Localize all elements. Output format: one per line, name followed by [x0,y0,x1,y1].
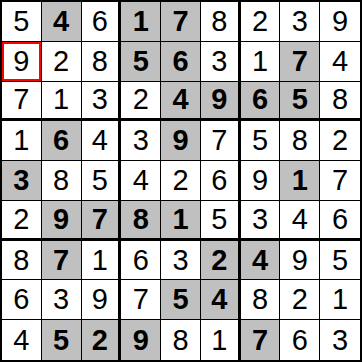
cell-r8c1[interactable]: 6 [2,280,42,320]
cell-r7c5[interactable]: 3 [161,241,201,281]
cell-r5c9[interactable]: 7 [320,161,360,201]
cell-r3c5[interactable]: 4 [161,82,201,122]
cell-r1c9[interactable]: 9 [320,2,360,42]
sudoku-board: 5461782399285631747132496581643975823854… [0,0,362,362]
cell-r8c2[interactable]: 3 [42,280,82,320]
cell-r4c7[interactable]: 5 [241,121,281,161]
cell-r2c8[interactable]: 7 [280,42,320,82]
cell-r3c6[interactable]: 9 [201,82,241,122]
cell-r4c8[interactable]: 8 [280,121,320,161]
cell-r7c9[interactable]: 5 [320,241,360,281]
cell-r3c8[interactable]: 5 [280,82,320,122]
cell-r4c9[interactable]: 2 [320,121,360,161]
cell-r8c4[interactable]: 7 [121,280,161,320]
cell-r1c1[interactable]: 5 [2,2,42,42]
cell-r8c6[interactable]: 4 [201,280,241,320]
cell-r9c7[interactable]: 7 [241,320,281,360]
cell-r6c8[interactable]: 4 [280,201,320,241]
cell-r9c6[interactable]: 1 [201,320,241,360]
cell-r1c2[interactable]: 4 [42,2,82,42]
cell-r6c7[interactable]: 3 [241,201,281,241]
cell-r1c3[interactable]: 6 [82,2,122,42]
cell-r3c7[interactable]: 6 [241,82,281,122]
cell-r6c9[interactable]: 6 [320,201,360,241]
cell-r9c3[interactable]: 2 [82,320,122,360]
cell-r6c6[interactable]: 5 [201,201,241,241]
cell-r1c7[interactable]: 2 [241,2,281,42]
cell-r4c1[interactable]: 1 [2,121,42,161]
cell-r1c4[interactable]: 1 [121,2,161,42]
cell-r5c5[interactable]: 2 [161,161,201,201]
cell-r8c3[interactable]: 9 [82,280,122,320]
cell-r2c2[interactable]: 2 [42,42,82,82]
cell-r4c5[interactable]: 9 [161,121,201,161]
cell-r5c6[interactable]: 6 [201,161,241,201]
cell-r5c1[interactable]: 3 [2,161,42,201]
cell-r6c4[interactable]: 8 [121,201,161,241]
cell-r9c5[interactable]: 8 [161,320,201,360]
cell-r3c9[interactable]: 8 [320,82,360,122]
cell-r2c3[interactable]: 8 [82,42,122,82]
cell-r4c3[interactable]: 4 [82,121,122,161]
cell-r6c1[interactable]: 2 [2,201,42,241]
cell-r2c6[interactable]: 3 [201,42,241,82]
cell-r3c4[interactable]: 2 [121,82,161,122]
cell-r4c6[interactable]: 7 [201,121,241,161]
cell-r7c8[interactable]: 9 [280,241,320,281]
cell-r5c3[interactable]: 5 [82,161,122,201]
cell-r9c9[interactable]: 3 [320,320,360,360]
cell-r9c4[interactable]: 9 [121,320,161,360]
cell-r2c5[interactable]: 6 [161,42,201,82]
cell-r6c2[interactable]: 9 [42,201,82,241]
cell-r8c9[interactable]: 1 [320,280,360,320]
cell-r7c3[interactable]: 1 [82,241,122,281]
cell-r1c8[interactable]: 3 [280,2,320,42]
cell-r2c9[interactable]: 4 [320,42,360,82]
cell-r7c4[interactable]: 6 [121,241,161,281]
cell-r1c5[interactable]: 7 [161,2,201,42]
cell-r8c7[interactable]: 8 [241,280,281,320]
cell-r4c4[interactable]: 3 [121,121,161,161]
cell-r8c8[interactable]: 2 [280,280,320,320]
cell-r3c2[interactable]: 1 [42,82,82,122]
cell-r7c2[interactable]: 7 [42,241,82,281]
cell-r1c6[interactable]: 8 [201,2,241,42]
cell-r9c1[interactable]: 4 [2,320,42,360]
cell-r5c4[interactable]: 4 [121,161,161,201]
cell-r2c4[interactable]: 5 [121,42,161,82]
cell-r3c3[interactable]: 3 [82,82,122,122]
cell-r5c8[interactable]: 1 [280,161,320,201]
cell-r6c3[interactable]: 7 [82,201,122,241]
cell-r2c7[interactable]: 1 [241,42,281,82]
cell-r4c2[interactable]: 6 [42,121,82,161]
cell-r7c7[interactable]: 4 [241,241,281,281]
cell-r6c5[interactable]: 1 [161,201,201,241]
cell-r5c7[interactable]: 9 [241,161,281,201]
cell-r7c6[interactable]: 2 [201,241,241,281]
cell-r5c2[interactable]: 8 [42,161,82,201]
cell-r8c5[interactable]: 5 [161,280,201,320]
cell-r3c1[interactable]: 7 [2,82,42,122]
cell-r9c8[interactable]: 6 [280,320,320,360]
cell-r7c1[interactable]: 8 [2,241,42,281]
cell-r2c1[interactable]: 9 [2,42,42,82]
sudoku-app: 5461782399285631747132496581643975823854… [0,0,362,362]
cell-r9c2[interactable]: 5 [42,320,82,360]
